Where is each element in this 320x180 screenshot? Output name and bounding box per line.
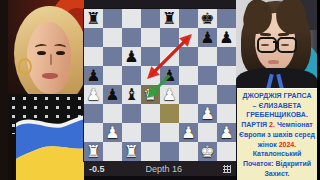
square-c3[interactable]: [122, 104, 141, 123]
square-d3[interactable]: [141, 104, 160, 123]
square-g5[interactable]: [198, 66, 217, 85]
black-pawn: ♟: [217, 28, 236, 47]
square-a1[interactable]: ♜: [84, 142, 103, 161]
square-b5[interactable]: [103, 66, 122, 85]
black-pawn: ♟: [122, 47, 141, 66]
square-d6[interactable]: [141, 47, 160, 66]
square-f4[interactable]: [179, 85, 198, 104]
white-pawn: ♟: [84, 85, 103, 104]
square-c5[interactable]: [122, 66, 141, 85]
hoop-earring: [18, 58, 32, 75]
square-a2[interactable]: [84, 123, 103, 142]
black-pawn: ♟: [103, 85, 122, 104]
board-top-strip: [84, 0, 236, 9]
nose: [50, 54, 52, 65]
square-d8[interactable]: [141, 9, 160, 28]
black-pawn: ♟: [160, 66, 179, 85]
square-h8[interactable]: [217, 9, 236, 28]
square-a5[interactable]: ♟: [84, 66, 103, 85]
white-pawn: ♟: [160, 85, 179, 104]
square-f8[interactable]: [179, 9, 198, 28]
square-e5[interactable]: ♟: [160, 66, 179, 85]
square-a7[interactable]: [84, 28, 103, 47]
caption-line: ДЖОРДЖІЯ ГРАПСА: [237, 91, 317, 101]
square-h4[interactable]: [217, 85, 236, 104]
engine-depth-label: Depth 16: [105, 164, 223, 174]
square-e1[interactable]: [160, 142, 179, 161]
lips: [42, 73, 58, 79]
white-pawn: ♟: [103, 123, 122, 142]
white-rook: ♜: [84, 142, 103, 161]
square-d2[interactable]: [141, 123, 160, 142]
white-pawn: ♟: [179, 123, 198, 142]
caption-line: жінок 2024.: [237, 140, 317, 150]
square-b8[interactable]: [103, 9, 122, 28]
caption-line: ПАРТІЯ 2. Чемпіонат: [237, 120, 317, 130]
black-pawn: ♟: [84, 66, 103, 85]
portrait-right: [236, 0, 317, 88]
square-e7[interactable]: [160, 28, 179, 47]
white-queen: ♛: [141, 85, 160, 104]
square-b4[interactable]: ♟: [103, 85, 122, 104]
black-rook: ♜: [160, 9, 179, 28]
square-a3[interactable]: [84, 104, 103, 123]
square-b1[interactable]: [103, 142, 122, 161]
glasses-bridge: [273, 41, 277, 43]
square-e8[interactable]: ♜: [160, 9, 179, 28]
square-a8[interactable]: ♜: [84, 9, 103, 28]
video-thumbnail: ♜♜♚♟♟♟♟♟♟♟♝♛♟♟♟♟♟♜♜♚ -0.5 Depth 16 ДЖОРД…: [0, 0, 320, 180]
square-h3[interactable]: [217, 104, 236, 123]
apps-grid-icon[interactable]: [223, 165, 231, 173]
square-b7[interactable]: [103, 28, 122, 47]
square-d5[interactable]: [141, 66, 160, 85]
square-f1[interactable]: [179, 142, 198, 161]
white-pawn: ♟: [217, 123, 236, 142]
eye: [281, 44, 289, 46]
square-d1[interactable]: [141, 142, 160, 161]
ukraine-flag: [16, 111, 84, 180]
caption-line: Початок: Відкритий: [237, 159, 317, 169]
square-c6[interactable]: ♟: [122, 47, 141, 66]
square-c8[interactable]: [122, 9, 141, 28]
square-c7[interactable]: [122, 28, 141, 47]
square-e2[interactable]: [160, 123, 179, 142]
square-c2[interactable]: [122, 123, 141, 142]
square-d7[interactable]: [141, 28, 160, 47]
caption-panel: ДЖОРДЖІЯ ГРАПСА– ЄЛИЗАВЕТАГРЕБЕНЩИКОВА.П…: [237, 88, 317, 180]
caption-line: ГРЕБЕНЩИКОВА.: [237, 110, 317, 120]
caption-line: Каталонський: [237, 149, 317, 159]
eye: [56, 51, 65, 55]
square-g4[interactable]: [198, 85, 217, 104]
square-e6[interactable]: [160, 47, 179, 66]
white-rook: ♜: [122, 142, 141, 161]
square-g3[interactable]: ♟: [198, 104, 217, 123]
evaluation-score: -0.5: [89, 164, 105, 174]
square-g7[interactable]: ♟: [198, 28, 217, 47]
square-a4[interactable]: ♟: [84, 85, 103, 104]
caption-line: – ЄЛИЗАВЕТА: [237, 101, 317, 111]
caption-line: Захист.: [237, 169, 317, 179]
square-e3[interactable]: [160, 104, 179, 123]
portrait-left: [0, 0, 84, 180]
engine-bar: -0.5 Depth 16: [84, 161, 236, 176]
black-bishop: ♝: [122, 85, 141, 104]
square-c4[interactable]: ♝: [122, 85, 141, 104]
square-g8[interactable]: ♚: [198, 9, 217, 28]
white-king: ♚: [198, 142, 217, 161]
square-g1[interactable]: ♚: [198, 142, 217, 161]
square-b2[interactable]: ♟: [103, 123, 122, 142]
eye: [37, 51, 46, 55]
square-h2[interactable]: ♟: [217, 123, 236, 142]
square-b3[interactable]: [103, 104, 122, 123]
square-g2[interactable]: [198, 123, 217, 142]
square-f7[interactable]: [179, 28, 198, 47]
square-h5[interactable]: [217, 66, 236, 85]
chess-board: ♜♜♚♟♟♟♟♟♟♟♝♛♟♟♟♟♟♜♜♚: [84, 9, 236, 161]
square-b6[interactable]: [103, 47, 122, 66]
portrait-left-photo: [8, 0, 84, 180]
square-a6[interactable]: [84, 47, 103, 66]
square-g6[interactable]: [198, 47, 217, 66]
square-f2[interactable]: ♟: [179, 123, 198, 142]
caption-lines: ДЖОРДЖІЯ ГРАПСА– ЄЛИЗАВЕТАГРЕБЕНЩИКОВА.П…: [237, 91, 317, 178]
square-c1[interactable]: ♜: [122, 142, 141, 161]
square-f3[interactable]: [179, 104, 198, 123]
square-h7[interactable]: ♟: [217, 28, 236, 47]
square-d4[interactable]: ♛: [141, 85, 160, 104]
lips: [268, 60, 279, 64]
square-f6[interactable]: [179, 47, 198, 66]
black-rook: ♜: [84, 9, 103, 28]
square-e4[interactable]: ♟: [160, 85, 179, 104]
white-pawn: ♟: [198, 104, 217, 123]
black-king: ♚: [198, 9, 217, 28]
caption-line: Європи з шахів серед: [237, 130, 317, 140]
eye: [261, 44, 269, 46]
square-f5[interactable]: [179, 66, 198, 85]
square-h1[interactable]: [217, 142, 236, 161]
black-pawn: ♟: [198, 28, 217, 47]
face: [27, 22, 71, 94]
square-h6[interactable]: [217, 47, 236, 66]
